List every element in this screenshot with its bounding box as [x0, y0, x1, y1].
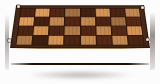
board-square: [96, 17, 111, 25]
board-square: [128, 36, 144, 45]
board-square: [126, 17, 141, 25]
box-right-side: [150, 12, 155, 70]
board-square: [96, 26, 111, 35]
corner-pin-front-right: [146, 38, 149, 41]
board-square: [80, 9, 94, 17]
board-square: [48, 36, 63, 45]
box-front-panel: [7, 47, 153, 76]
board-square: [80, 36, 95, 45]
board-square: [96, 36, 111, 45]
board-square: [80, 17, 94, 25]
board-square: [16, 36, 32, 45]
board-square: [33, 26, 48, 35]
corner-pin-top-left: [17, 5, 20, 8]
corner-pin-top-right: [141, 6, 144, 9]
board-square: [80, 26, 95, 35]
board-square: [127, 26, 143, 35]
board-square: [65, 17, 79, 25]
corner-pin-front-left: [8, 39, 11, 42]
board-square: [112, 36, 128, 45]
board-square: [65, 26, 80, 35]
board-square: [50, 17, 65, 25]
board-grid: [15, 8, 144, 46]
board-square: [111, 26, 126, 35]
board-square: [19, 17, 34, 25]
board-square: [65, 9, 79, 17]
board-square: [111, 17, 126, 25]
board-square: [125, 9, 140, 17]
board-square: [49, 26, 64, 35]
board-square: [64, 36, 79, 45]
board-square: [18, 26, 34, 35]
board-lid: [10, 5, 150, 48]
board-square: [50, 9, 64, 17]
board-square: [110, 9, 125, 17]
board-square: [35, 9, 50, 17]
board-square: [20, 9, 35, 17]
board-square: [32, 36, 48, 45]
board-square: [34, 17, 49, 25]
photo-scene: [0, 0, 160, 84]
board-square: [95, 9, 109, 17]
box-halves-seam: [11, 63, 148, 65]
box-left-side: [5, 14, 9, 70]
